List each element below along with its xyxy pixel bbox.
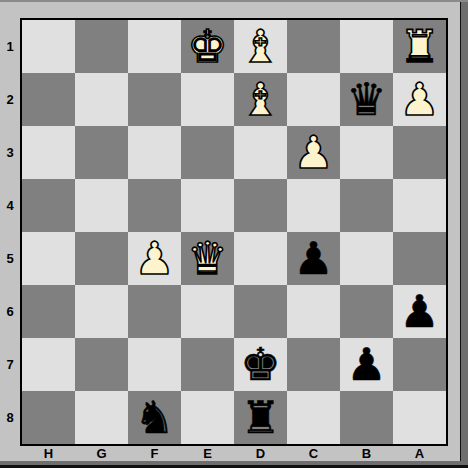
rank-label-2: 2	[0, 73, 20, 126]
black-pawn-icon: ♟	[293, 232, 333, 285]
square-e1[interactable]: ♚	[181, 20, 234, 73]
square-g1[interactable]	[75, 20, 128, 73]
square-d3[interactable]	[234, 126, 287, 179]
square-c6[interactable]	[287, 285, 340, 338]
square-b3[interactable]	[340, 126, 393, 179]
square-d4[interactable]	[234, 179, 287, 232]
square-c5[interactable]: ♟	[287, 232, 340, 285]
frame-bevel-top	[0, 0, 468, 2]
white-pawn-icon: ♟	[399, 73, 439, 126]
white-rook-icon: ♜	[399, 20, 439, 73]
black-king-icon: ♚	[240, 338, 280, 391]
black-pawn-icon: ♟	[399, 285, 439, 338]
square-c7[interactable]	[287, 338, 340, 391]
square-b2[interactable]: ♛	[340, 73, 393, 126]
rank-label-8: 8	[0, 391, 20, 444]
square-e8[interactable]	[181, 391, 234, 444]
white-queen-icon: ♛	[187, 232, 227, 285]
file-label-g: G	[75, 446, 128, 461]
rank-label-5: 5	[0, 232, 20, 285]
chess-board-frame: 12345678 ♚♝♜♝♛♟♟♟♛♟♟♚♟♞♜ HGFEDCBA	[0, 0, 468, 468]
white-bishop-icon: ♝	[240, 20, 280, 73]
square-f7[interactable]	[128, 338, 181, 391]
file-label-h: H	[22, 446, 75, 461]
white-bishop-icon: ♝	[240, 73, 280, 126]
square-b6[interactable]	[340, 285, 393, 338]
square-c4[interactable]	[287, 179, 340, 232]
square-d6[interactable]	[234, 285, 287, 338]
rank-label-1: 1	[0, 20, 20, 73]
square-e5[interactable]: ♛	[181, 232, 234, 285]
square-f5[interactable]: ♟	[128, 232, 181, 285]
square-a8[interactable]	[393, 391, 446, 444]
square-g6[interactable]	[75, 285, 128, 338]
square-a2[interactable]: ♟	[393, 73, 446, 126]
square-d2[interactable]: ♝	[234, 73, 287, 126]
square-d7[interactable]: ♚	[234, 338, 287, 391]
square-a3[interactable]	[393, 126, 446, 179]
square-g3[interactable]	[75, 126, 128, 179]
square-a6[interactable]: ♟	[393, 285, 446, 338]
frame-bevel-right	[460, 0, 468, 468]
square-h2[interactable]	[22, 73, 75, 126]
square-e4[interactable]	[181, 179, 234, 232]
square-g2[interactable]	[75, 73, 128, 126]
square-e3[interactable]	[181, 126, 234, 179]
square-c8[interactable]	[287, 391, 340, 444]
square-h8[interactable]	[22, 391, 75, 444]
square-h7[interactable]	[22, 338, 75, 391]
square-d8[interactable]: ♜	[234, 391, 287, 444]
rank-label-7: 7	[0, 338, 20, 391]
square-a4[interactable]	[393, 179, 446, 232]
square-c2[interactable]	[287, 73, 340, 126]
square-h6[interactable]	[22, 285, 75, 338]
black-rook-icon: ♜	[240, 391, 280, 444]
rank-label-6: 6	[0, 285, 20, 338]
square-g5[interactable]	[75, 232, 128, 285]
square-g7[interactable]	[75, 338, 128, 391]
square-e6[interactable]	[181, 285, 234, 338]
black-pawn-icon: ♟	[346, 338, 386, 391]
square-f3[interactable]	[128, 126, 181, 179]
white-pawn-icon: ♟	[293, 126, 333, 179]
file-label-b: B	[340, 446, 393, 461]
rank-label-3: 3	[0, 126, 20, 179]
square-d1[interactable]: ♝	[234, 20, 287, 73]
file-label-c: C	[287, 446, 340, 461]
square-h4[interactable]	[22, 179, 75, 232]
square-a7[interactable]	[393, 338, 446, 391]
square-f4[interactable]	[128, 179, 181, 232]
square-b4[interactable]	[340, 179, 393, 232]
black-queen-icon: ♛	[346, 73, 386, 126]
rank-label-4: 4	[0, 179, 20, 232]
square-d5[interactable]	[234, 232, 287, 285]
file-label-e: E	[181, 446, 234, 461]
square-f8[interactable]: ♞	[128, 391, 181, 444]
frame-bevel-bottom	[0, 461, 468, 468]
square-g8[interactable]	[75, 391, 128, 444]
square-c3[interactable]: ♟	[287, 126, 340, 179]
file-label-f: F	[128, 446, 181, 461]
square-c1[interactable]	[287, 20, 340, 73]
rank-labels: 12345678	[0, 20, 20, 444]
square-h3[interactable]	[22, 126, 75, 179]
square-b1[interactable]	[340, 20, 393, 73]
square-h5[interactable]	[22, 232, 75, 285]
square-b7[interactable]: ♟	[340, 338, 393, 391]
file-label-a: A	[393, 446, 446, 461]
square-e2[interactable]	[181, 73, 234, 126]
square-e7[interactable]	[181, 338, 234, 391]
square-g4[interactable]	[75, 179, 128, 232]
white-king-icon: ♚	[187, 20, 227, 73]
square-b8[interactable]	[340, 391, 393, 444]
black-knight-icon: ♞	[134, 391, 174, 444]
square-h1[interactable]	[22, 20, 75, 73]
file-label-d: D	[234, 446, 287, 461]
square-a1[interactable]: ♜	[393, 20, 446, 73]
square-f2[interactable]	[128, 73, 181, 126]
square-a5[interactable]	[393, 232, 446, 285]
square-f6[interactable]	[128, 285, 181, 338]
square-b5[interactable]	[340, 232, 393, 285]
white-pawn-icon: ♟	[134, 232, 174, 285]
square-f1[interactable]	[128, 20, 181, 73]
file-labels: HGFEDCBA	[22, 446, 446, 461]
chess-board: ♚♝♜♝♛♟♟♟♛♟♟♚♟♞♜	[20, 18, 448, 446]
